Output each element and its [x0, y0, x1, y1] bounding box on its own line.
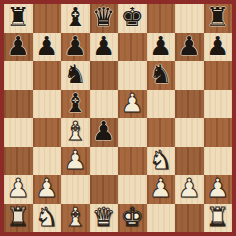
piece-black-pawn: ♟: [64, 33, 87, 59]
piece-black-queen: ♛: [92, 4, 115, 30]
square-a3[interactable]: [4, 147, 33, 176]
piece-white-rook: ♜: [206, 204, 229, 230]
square-f1[interactable]: [147, 204, 176, 233]
square-a6[interactable]: [4, 61, 33, 90]
piece-black-king: ♚: [121, 4, 144, 30]
square-g6[interactable]: [175, 61, 204, 90]
square-d4[interactable]: ♟: [90, 118, 119, 147]
square-c1[interactable]: ♝: [61, 204, 90, 233]
square-e6[interactable]: [118, 61, 147, 90]
piece-white-pawn: ♟: [149, 175, 172, 201]
piece-white-pawn: ♟: [206, 175, 229, 201]
piece-black-knight: ♞: [149, 61, 172, 87]
square-f4[interactable]: [147, 118, 176, 147]
square-b3[interactable]: [33, 147, 62, 176]
square-c8[interactable]: ♝: [61, 4, 90, 33]
piece-white-knight: ♞: [35, 204, 58, 230]
piece-black-pawn: ♟: [35, 33, 58, 59]
square-f7[interactable]: ♟: [147, 33, 176, 62]
piece-black-knight: ♞: [64, 61, 87, 87]
square-g7[interactable]: ♟: [175, 33, 204, 62]
square-e2[interactable]: [118, 175, 147, 204]
square-f6[interactable]: ♞: [147, 61, 176, 90]
square-d1[interactable]: ♛: [90, 204, 119, 233]
square-b6[interactable]: [33, 61, 62, 90]
square-b7[interactable]: ♟: [33, 33, 62, 62]
square-d5[interactable]: [90, 90, 119, 119]
square-g1[interactable]: [175, 204, 204, 233]
square-h1[interactable]: ♜: [204, 204, 233, 233]
piece-black-pawn: ♟: [149, 33, 172, 59]
square-c7[interactable]: ♟: [61, 33, 90, 62]
square-b4[interactable]: [33, 118, 62, 147]
square-f5[interactable]: [147, 90, 176, 119]
piece-white-knight: ♞: [149, 147, 172, 173]
square-a5[interactable]: [4, 90, 33, 119]
square-g8[interactable]: [175, 4, 204, 33]
piece-white-pawn: ♟: [121, 90, 144, 116]
square-e7[interactable]: [118, 33, 147, 62]
square-g2[interactable]: ♟: [175, 175, 204, 204]
piece-white-queen: ♛: [92, 204, 115, 230]
square-g3[interactable]: [175, 147, 204, 176]
square-b5[interactable]: [33, 90, 62, 119]
square-h5[interactable]: [204, 90, 233, 119]
square-f3[interactable]: ♞: [147, 147, 176, 176]
piece-white-pawn: ♟: [178, 175, 201, 201]
square-d7[interactable]: ♟: [90, 33, 119, 62]
square-a8[interactable]: ♜: [4, 4, 33, 33]
square-h4[interactable]: [204, 118, 233, 147]
square-g4[interactable]: [175, 118, 204, 147]
square-c2[interactable]: [61, 175, 90, 204]
square-e3[interactable]: [118, 147, 147, 176]
square-d6[interactable]: [90, 61, 119, 90]
square-h8[interactable]: ♜: [204, 4, 233, 33]
square-d2[interactable]: [90, 175, 119, 204]
square-b8[interactable]: [33, 4, 62, 33]
piece-white-pawn: ♟: [35, 175, 58, 201]
square-d8[interactable]: ♛: [90, 4, 119, 33]
piece-black-pawn: ♟: [178, 33, 201, 59]
square-a1[interactable]: ♜: [4, 204, 33, 233]
square-c6[interactable]: ♞: [61, 61, 90, 90]
piece-black-rook: ♜: [7, 4, 30, 30]
piece-black-pawn: ♟: [92, 118, 115, 144]
square-a4[interactable]: [4, 118, 33, 147]
piece-black-bishop: ♝: [64, 90, 87, 116]
piece-white-pawn: ♟: [7, 175, 30, 201]
square-d3[interactable]: [90, 147, 119, 176]
piece-white-bishop: ♝: [64, 204, 87, 230]
piece-white-pawn: ♟: [64, 147, 87, 173]
square-c5[interactable]: ♝: [61, 90, 90, 119]
square-h7[interactable]: ♟: [204, 33, 233, 62]
piece-white-bishop: ♝: [64, 118, 87, 144]
square-h2[interactable]: ♟: [204, 175, 233, 204]
square-a2[interactable]: ♟: [4, 175, 33, 204]
square-e4[interactable]: [118, 118, 147, 147]
square-c4[interactable]: ♝: [61, 118, 90, 147]
chess-board-frame: ♜♝♛♚♜♟♟♟♟♟♟♟♞♞♝♟♝♟♟♞♟♟♟♟♟♜♞♝♛♚♜: [0, 0, 236, 236]
piece-white-king: ♚: [121, 204, 144, 230]
piece-black-bishop: ♝: [64, 4, 87, 30]
piece-black-pawn: ♟: [206, 33, 229, 59]
square-g5[interactable]: [175, 90, 204, 119]
square-a7[interactable]: ♟: [4, 33, 33, 62]
chess-board: ♜♝♛♚♜♟♟♟♟♟♟♟♞♞♝♟♝♟♟♞♟♟♟♟♟♜♞♝♛♚♜: [4, 4, 232, 232]
square-b2[interactable]: ♟: [33, 175, 62, 204]
piece-black-pawn: ♟: [92, 33, 115, 59]
square-e8[interactable]: ♚: [118, 4, 147, 33]
square-f2[interactable]: ♟: [147, 175, 176, 204]
square-h6[interactable]: [204, 61, 233, 90]
square-e5[interactable]: ♟: [118, 90, 147, 119]
square-b1[interactable]: ♞: [33, 204, 62, 233]
piece-white-rook: ♜: [7, 204, 30, 230]
square-f8[interactable]: [147, 4, 176, 33]
square-c3[interactable]: ♟: [61, 147, 90, 176]
piece-black-pawn: ♟: [7, 33, 30, 59]
square-e1[interactable]: ♚: [118, 204, 147, 233]
piece-black-rook: ♜: [206, 4, 229, 30]
square-h3[interactable]: [204, 147, 233, 176]
